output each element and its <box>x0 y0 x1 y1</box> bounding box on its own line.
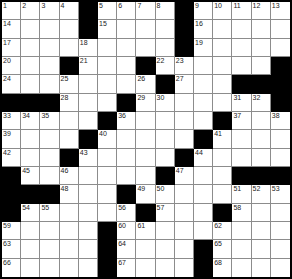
clue-number: 29 <box>137 94 145 102</box>
cell-r2c5 <box>79 20 98 38</box>
cell-r9c2[interactable] <box>21 149 40 167</box>
cell-r4c6[interactable] <box>98 57 117 75</box>
cell-r5c11[interactable] <box>194 75 213 93</box>
cell-r1c6[interactable]: 5 <box>98 2 117 20</box>
cell-r5c5[interactable] <box>79 75 98 93</box>
cell-r9c3[interactable] <box>40 149 59 167</box>
clue-number: 45 <box>22 167 30 175</box>
cell-r2c3[interactable] <box>40 20 59 38</box>
cell-r14c1[interactable]: 63 <box>2 240 21 258</box>
cell-r6c15 <box>271 94 290 112</box>
cell-r13c4[interactable] <box>60 222 79 240</box>
cell-r11c2 <box>21 185 40 203</box>
cell-r3c11[interactable]: 19 <box>194 39 213 57</box>
clue-number: 47 <box>176 167 184 175</box>
cell-r11c15[interactable]: 53 <box>271 185 290 203</box>
cell-r15c5[interactable] <box>79 259 98 277</box>
cell-r10c3[interactable] <box>40 167 59 185</box>
cell-r5c14 <box>252 75 271 93</box>
clue-number: 49 <box>137 185 145 193</box>
cell-r15c15[interactable] <box>271 259 290 277</box>
clue-number: 62 <box>214 222 222 230</box>
clue-number: 27 <box>176 75 184 83</box>
cell-r2c13[interactable] <box>232 20 251 38</box>
cell-r6c11[interactable] <box>194 94 213 112</box>
clue-number: 35 <box>41 112 49 120</box>
cell-r1c15[interactable]: 13 <box>271 2 290 20</box>
cell-r13c12[interactable]: 62 <box>213 222 232 240</box>
cell-r4c10[interactable]: 23 <box>175 57 194 75</box>
clue-number: 56 <box>118 204 126 212</box>
cell-r3c12[interactable] <box>213 39 232 57</box>
cell-r11c9[interactable]: 50 <box>156 185 175 203</box>
clue-number: 43 <box>80 149 88 157</box>
cell-r5c15 <box>271 75 290 93</box>
clue-number: 12 <box>253 2 261 10</box>
cell-r9c15[interactable] <box>271 149 290 167</box>
cell-r5c4[interactable]: 25 <box>60 75 79 93</box>
cell-r14c4[interactable] <box>60 240 79 258</box>
cell-r12c2[interactable]: 54 <box>21 204 40 222</box>
cell-r5c3[interactable] <box>40 75 59 93</box>
cell-r14c5[interactable] <box>79 240 98 258</box>
cell-r6c5[interactable] <box>79 94 98 112</box>
cell-r11c5[interactable] <box>79 185 98 203</box>
cell-r1c9[interactable]: 8 <box>156 2 175 20</box>
cell-r6c2 <box>21 94 40 112</box>
cell-r2c11[interactable]: 16 <box>194 20 213 38</box>
cell-r10c14 <box>252 167 271 185</box>
cell-r6c7 <box>117 94 136 112</box>
cell-r13c3[interactable] <box>40 222 59 240</box>
cell-r4c14[interactable] <box>252 57 271 75</box>
cell-r8c13[interactable] <box>232 130 251 148</box>
cell-r1c12[interactable]: 10 <box>213 2 232 20</box>
cell-r11c11[interactable] <box>194 185 213 203</box>
cell-r10c10[interactable]: 47 <box>175 167 194 185</box>
clue-number: 37 <box>233 112 241 120</box>
cell-r8c9[interactable] <box>156 130 175 148</box>
clue-number: 16 <box>195 20 203 28</box>
cell-r15c1[interactable]: 66 <box>2 259 21 277</box>
cell-r2c14[interactable] <box>252 20 271 38</box>
cell-r8c6[interactable]: 40 <box>98 130 117 148</box>
cell-r3c6[interactable] <box>98 39 117 57</box>
cell-r9c13[interactable] <box>232 149 251 167</box>
cell-r5c7[interactable] <box>117 75 136 93</box>
cell-r1c8[interactable]: 7 <box>136 2 155 20</box>
cell-r9c4 <box>60 149 79 167</box>
cell-r14c2[interactable] <box>21 240 40 258</box>
cell-r5c1[interactable]: 24 <box>2 75 21 93</box>
cell-r2c7[interactable] <box>117 20 136 38</box>
clue-number: 31 <box>233 94 241 102</box>
cell-r14c10[interactable] <box>175 240 194 258</box>
cell-r13c8[interactable]: 61 <box>136 222 155 240</box>
cell-r10c5[interactable] <box>79 167 98 185</box>
cell-r3c3[interactable] <box>40 39 59 57</box>
cell-r8c1[interactable]: 39 <box>2 130 21 148</box>
clue-number: 60 <box>118 222 126 230</box>
cell-r9c9[interactable] <box>156 149 175 167</box>
cell-r13c14[interactable] <box>252 222 271 240</box>
cell-r7c4[interactable] <box>60 112 79 130</box>
clue-number: 17 <box>3 39 11 47</box>
cell-r1c13[interactable]: 11 <box>232 2 251 20</box>
cell-r2c2[interactable] <box>21 20 40 38</box>
cell-r6c14[interactable]: 32 <box>252 94 271 112</box>
cell-r14c8[interactable] <box>136 240 155 258</box>
cell-r1c7[interactable]: 6 <box>117 2 136 20</box>
cell-r1c4[interactable]: 4 <box>60 2 79 20</box>
clue-number: 21 <box>80 57 88 65</box>
clue-number: 5 <box>99 2 103 10</box>
clue-number: 4 <box>61 2 65 10</box>
cell-r1c11[interactable]: 9 <box>194 2 213 20</box>
cell-r14c6 <box>98 240 117 258</box>
cell-r7c6 <box>98 112 117 130</box>
cell-r7c14[interactable] <box>252 112 271 130</box>
clue-number: 24 <box>3 75 11 83</box>
cell-r2c15[interactable] <box>271 20 290 38</box>
clue-number: 67 <box>118 259 126 267</box>
cell-r1c3[interactable]: 3 <box>40 2 59 20</box>
cell-r12c6[interactable] <box>98 204 117 222</box>
cell-r15c12[interactable]: 68 <box>213 259 232 277</box>
cell-r10c11[interactable] <box>194 167 213 185</box>
clue-number: 61 <box>137 222 145 230</box>
clue-number: 68 <box>214 259 222 267</box>
cell-r7c8[interactable] <box>136 112 155 130</box>
cell-r6c12[interactable] <box>213 94 232 112</box>
cell-r9c7[interactable] <box>117 149 136 167</box>
cell-r10c12[interactable] <box>213 167 232 185</box>
cell-r8c14[interactable] <box>252 130 271 148</box>
cell-r4c11[interactable] <box>194 57 213 75</box>
cell-r6c1 <box>2 94 21 112</box>
cell-r13c11[interactable] <box>194 222 213 240</box>
cell-r3c5[interactable]: 18 <box>79 39 98 57</box>
cell-r12c3[interactable]: 55 <box>40 204 59 222</box>
cell-r11c12[interactable] <box>213 185 232 203</box>
cell-r11c10[interactable] <box>175 185 194 203</box>
cell-r4c3[interactable] <box>40 57 59 75</box>
cell-r3c13[interactable] <box>232 39 251 57</box>
cell-r12c5[interactable] <box>79 204 98 222</box>
cell-r14c7[interactable]: 64 <box>117 240 136 258</box>
cell-r10c15 <box>271 167 290 185</box>
cell-r4c5[interactable]: 21 <box>79 57 98 75</box>
cell-r14c13[interactable] <box>232 240 251 258</box>
cell-r4c15 <box>271 57 290 75</box>
clue-number: 18 <box>80 39 88 47</box>
cell-r10c6[interactable] <box>98 167 117 185</box>
cell-r13c9[interactable] <box>156 222 175 240</box>
cell-r4c9[interactable]: 22 <box>156 57 175 75</box>
cell-r3c2[interactable] <box>21 39 40 57</box>
cell-r2c4[interactable] <box>60 20 79 38</box>
cell-r14c11 <box>194 240 213 258</box>
clue-number: 51 <box>233 185 241 193</box>
cell-r6c6[interactable] <box>98 94 117 112</box>
clue-number: 28 <box>61 94 69 102</box>
clue-number: 64 <box>118 240 126 248</box>
clue-number: 39 <box>3 130 11 138</box>
clue-number: 50 <box>157 185 165 193</box>
cell-r15c14[interactable] <box>252 259 271 277</box>
clue-number: 44 <box>195 149 203 157</box>
cell-r12c10[interactable] <box>175 204 194 222</box>
cell-r10c13 <box>232 167 251 185</box>
clue-number: 46 <box>61 167 69 175</box>
cell-r15c13[interactable] <box>232 259 251 277</box>
cell-r6c8[interactable]: 29 <box>136 94 155 112</box>
cell-r4c13[interactable] <box>232 57 251 75</box>
cell-r6c10[interactable] <box>175 94 194 112</box>
cell-r9c5[interactable]: 43 <box>79 149 98 167</box>
clue-number: 13 <box>272 2 280 10</box>
cell-r8c15[interactable] <box>271 130 290 148</box>
cell-r14c9[interactable] <box>156 240 175 258</box>
clue-number: 58 <box>233 204 241 212</box>
cell-r13c5[interactable] <box>79 222 98 240</box>
cell-r9c10 <box>175 149 194 167</box>
cell-r5c6[interactable] <box>98 75 117 93</box>
cell-r12c11[interactable] <box>194 204 213 222</box>
cell-r7c3[interactable]: 35 <box>40 112 59 130</box>
cell-r10c7[interactable] <box>117 167 136 185</box>
cell-r14c12[interactable]: 65 <box>213 240 232 258</box>
cell-r15c11 <box>194 259 213 277</box>
cell-r3c7[interactable] <box>117 39 136 57</box>
cell-r15c9[interactable] <box>156 259 175 277</box>
cell-r11c8[interactable]: 49 <box>136 185 155 203</box>
cell-r9c12[interactable] <box>213 149 232 167</box>
cell-r4c7[interactable] <box>117 57 136 75</box>
cell-r5c10[interactable]: 27 <box>175 75 194 93</box>
cell-r1c5 <box>79 2 98 20</box>
cell-r4c1[interactable]: 20 <box>2 57 21 75</box>
cell-r14c14[interactable] <box>252 240 271 258</box>
cell-r12c4[interactable] <box>60 204 79 222</box>
cell-r10c1 <box>2 167 21 185</box>
cell-r2c9[interactable] <box>156 20 175 38</box>
clue-number: 52 <box>253 185 261 193</box>
cell-r10c4[interactable]: 46 <box>60 167 79 185</box>
clue-number: 11 <box>233 2 240 10</box>
cell-r6c4[interactable]: 28 <box>60 94 79 112</box>
clue-number: 41 <box>214 130 222 138</box>
cell-r12c1 <box>2 204 21 222</box>
cell-r1c14[interactable]: 12 <box>252 2 271 20</box>
cell-r11c4[interactable]: 48 <box>60 185 79 203</box>
clue-number: 15 <box>99 20 107 28</box>
cell-r3c8[interactable] <box>136 39 155 57</box>
clue-number: 59 <box>3 222 11 230</box>
clue-number: 3 <box>41 2 45 10</box>
cell-r12c9[interactable]: 57 <box>156 204 175 222</box>
clue-number: 34 <box>22 112 30 120</box>
cell-r13c15[interactable] <box>271 222 290 240</box>
clue-number: 38 <box>272 112 280 120</box>
cell-r11c14[interactable]: 52 <box>252 185 271 203</box>
cell-r11c1 <box>2 185 21 203</box>
cell-r7c10[interactable] <box>175 112 194 130</box>
cell-r7c13[interactable]: 37 <box>232 112 251 130</box>
cell-r8c3[interactable] <box>40 130 59 148</box>
cell-r13c7[interactable]: 60 <box>117 222 136 240</box>
clue-number: 2 <box>22 2 26 10</box>
clue-number: 8 <box>157 2 161 10</box>
cell-r1c10 <box>175 2 194 20</box>
cell-r9c6[interactable] <box>98 149 117 167</box>
cell-r15c7[interactable]: 67 <box>117 259 136 277</box>
cell-r15c4[interactable] <box>60 259 79 277</box>
clue-number: 57 <box>157 204 165 212</box>
clue-number: 1 <box>3 2 7 10</box>
clue-number: 36 <box>118 112 126 120</box>
crossword-board: 1234567891011121314151617181920212223242… <box>0 0 292 279</box>
clue-number: 42 <box>3 149 11 157</box>
cell-r13c10[interactable] <box>175 222 194 240</box>
cell-r13c6 <box>98 222 117 240</box>
cell-r8c10[interactable] <box>175 130 194 148</box>
cell-r2c10 <box>175 20 194 38</box>
cell-r1c2[interactable]: 2 <box>21 2 40 20</box>
cell-r7c11[interactable] <box>194 112 213 130</box>
cell-r7c5[interactable] <box>79 112 98 130</box>
clue-number: 20 <box>3 57 11 65</box>
cell-r12c13[interactable]: 58 <box>232 204 251 222</box>
cell-r7c12 <box>213 112 232 130</box>
cell-r5c9 <box>156 75 175 93</box>
cell-r3c9[interactable] <box>156 39 175 57</box>
cell-r2c8[interactable] <box>136 20 155 38</box>
cell-r10c9 <box>156 167 175 185</box>
cell-r14c3[interactable] <box>40 240 59 258</box>
cell-r6c13[interactable]: 31 <box>232 94 251 112</box>
cell-r12c14[interactable] <box>252 204 271 222</box>
cell-r9c14[interactable] <box>252 149 271 167</box>
cell-r10c8[interactable] <box>136 167 155 185</box>
clue-number: 55 <box>41 204 49 212</box>
cell-r8c4[interactable] <box>60 130 79 148</box>
clue-number: 63 <box>3 240 11 248</box>
cell-r3c14[interactable] <box>252 39 271 57</box>
cell-r3c10 <box>175 39 194 57</box>
cell-r4c4 <box>60 57 79 75</box>
cell-r11c7 <box>117 185 136 203</box>
cell-r8c2[interactable] <box>21 130 40 148</box>
cell-r11c13[interactable]: 51 <box>232 185 251 203</box>
clue-number: 40 <box>99 130 107 138</box>
clue-number: 9 <box>195 2 199 10</box>
clue-number: 23 <box>176 57 184 65</box>
cell-r2c6[interactable]: 15 <box>98 20 117 38</box>
cell-r9c1[interactable]: 42 <box>2 149 21 167</box>
cell-r11c6[interactable] <box>98 185 117 203</box>
clue-number: 65 <box>214 240 222 248</box>
cell-r8c8[interactable] <box>136 130 155 148</box>
cell-r3c4[interactable] <box>60 39 79 57</box>
cell-r5c2[interactable] <box>21 75 40 93</box>
cell-r5c8[interactable]: 26 <box>136 75 155 93</box>
cell-r2c1[interactable]: 14 <box>2 20 21 38</box>
cell-r14c15[interactable] <box>271 240 290 258</box>
cell-r5c13 <box>232 75 251 93</box>
cell-r13c13[interactable] <box>232 222 251 240</box>
clue-number: 6 <box>118 2 122 10</box>
cell-r2c12[interactable] <box>213 20 232 38</box>
cell-r7c15[interactable]: 38 <box>271 112 290 130</box>
cell-r15c10[interactable] <box>175 259 194 277</box>
cell-r4c8 <box>136 57 155 75</box>
cell-r12c8 <box>136 204 155 222</box>
cell-r10c2[interactable]: 45 <box>21 167 40 185</box>
clue-number: 7 <box>137 2 141 10</box>
cell-r12c15[interactable] <box>271 204 290 222</box>
cell-r8c5 <box>79 130 98 148</box>
clue-number: 14 <box>3 20 11 28</box>
clue-number: 30 <box>157 94 165 102</box>
cell-r5c12[interactable] <box>213 75 232 93</box>
cell-r15c8[interactable] <box>136 259 155 277</box>
cell-r13c2[interactable] <box>21 222 40 240</box>
cell-r3c15[interactable] <box>271 39 290 57</box>
cell-r1c1[interactable]: 1 <box>2 2 21 20</box>
cell-r3c1[interactable]: 17 <box>2 39 21 57</box>
cell-r6c3 <box>40 94 59 112</box>
cell-r6c9[interactable]: 30 <box>156 94 175 112</box>
cell-r9c11[interactable]: 44 <box>194 149 213 167</box>
clue-number: 19 <box>195 39 203 47</box>
cell-r8c12[interactable]: 41 <box>213 130 232 148</box>
clue-number: 53 <box>272 185 280 193</box>
cell-r12c7[interactable]: 56 <box>117 204 136 222</box>
cell-r13c1[interactable]: 59 <box>2 222 21 240</box>
cell-r4c2[interactable] <box>21 57 40 75</box>
cell-r7c2[interactable]: 34 <box>21 112 40 130</box>
cell-r7c7[interactable]: 36 <box>117 112 136 130</box>
clue-number: 10 <box>214 2 222 10</box>
clue-number: 54 <box>22 204 30 212</box>
clue-number: 66 <box>3 259 11 267</box>
cell-r8c7[interactable] <box>117 130 136 148</box>
cell-r8c11 <box>194 130 213 148</box>
cell-r15c2[interactable] <box>21 259 40 277</box>
cell-r9c8[interactable] <box>136 149 155 167</box>
clue-number: 26 <box>137 75 145 83</box>
cell-r15c3[interactable] <box>40 259 59 277</box>
cell-r11c3 <box>40 185 59 203</box>
cell-r12c12 <box>213 204 232 222</box>
cell-r7c1[interactable]: 33 <box>2 112 21 130</box>
cell-r4c12[interactable] <box>213 57 232 75</box>
clue-number: 32 <box>253 94 261 102</box>
clue-number: 48 <box>61 185 69 193</box>
clue-number: 22 <box>157 57 165 65</box>
cell-r7c9[interactable] <box>156 112 175 130</box>
clue-number: 33 <box>3 112 11 120</box>
cell-r15c6 <box>98 259 117 277</box>
clue-number: 25 <box>61 75 69 83</box>
